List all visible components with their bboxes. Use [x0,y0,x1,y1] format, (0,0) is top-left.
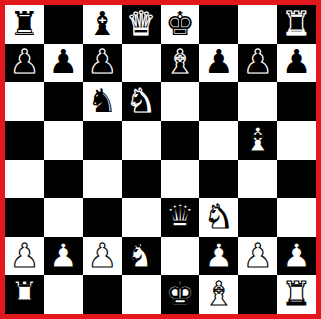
piece-black-king: ♚ [165,7,195,40]
board-frame: ♜♝♛♚♜♟♟♟♝♟♟♟♞♞♝♛♞♟♟♟♞♟♟♟♜♚♝♜ [0,0,321,319]
square-g2[interactable]: ♟ [238,237,277,276]
square-d1[interactable] [122,275,161,314]
square-g4[interactable] [238,160,277,199]
piece-white-king: ♚ [165,277,195,310]
square-d8[interactable]: ♛ [122,5,161,44]
piece-black-pawn: ♟ [243,45,273,78]
square-c7[interactable]: ♟ [83,44,122,83]
piece-white-bishop: ♝ [243,123,273,156]
piece-white-pawn: ♟ [10,239,40,272]
square-b8[interactable] [44,5,83,44]
square-f7[interactable]: ♟ [199,44,238,83]
square-h7[interactable]: ♟ [277,44,316,83]
piece-white-pawn: ♟ [87,239,117,272]
piece-black-bishop: ♝ [165,45,195,78]
square-c5[interactable] [83,121,122,160]
square-f5[interactable] [199,121,238,160]
square-g7[interactable]: ♟ [238,44,277,83]
square-c8[interactable]: ♝ [83,5,122,44]
piece-white-pawn: ♟ [49,239,79,272]
square-c6[interactable]: ♞ [83,82,122,121]
piece-white-pawn: ♟ [282,239,312,272]
square-h5[interactable] [277,121,316,160]
square-a5[interactable] [5,121,44,160]
piece-white-rook: ♜ [282,277,312,310]
square-e6[interactable] [161,82,200,121]
square-a7[interactable]: ♟ [5,44,44,83]
square-e4[interactable] [161,160,200,199]
piece-black-bishop: ♝ [87,7,117,40]
piece-black-pawn: ♟ [10,45,40,78]
square-d6[interactable]: ♞ [122,82,161,121]
piece-white-rook: ♜ [10,277,40,310]
square-g6[interactable] [238,82,277,121]
square-b2[interactable]: ♟ [44,237,83,276]
square-a8[interactable]: ♜ [5,5,44,44]
piece-black-pawn: ♟ [204,45,234,78]
square-b5[interactable] [44,121,83,160]
piece-black-knight: ♞ [87,84,117,117]
square-f2[interactable]: ♟ [199,237,238,276]
square-h6[interactable] [277,82,316,121]
square-g8[interactable] [238,5,277,44]
square-h4[interactable] [277,160,316,199]
square-a2[interactable]: ♟ [5,237,44,276]
square-f3[interactable]: ♞ [199,198,238,237]
square-b3[interactable] [44,198,83,237]
piece-black-knight: ♞ [126,84,156,117]
square-c1[interactable] [83,275,122,314]
square-c2[interactable]: ♟ [83,237,122,276]
square-a4[interactable] [5,160,44,199]
square-c3[interactable] [83,198,122,237]
piece-black-rook: ♜ [282,7,312,40]
square-a3[interactable] [5,198,44,237]
piece-white-knight: ♞ [204,200,234,233]
square-d3[interactable] [122,198,161,237]
square-e2[interactable] [161,237,200,276]
square-h3[interactable] [277,198,316,237]
piece-black-rook: ♜ [10,7,40,40]
square-b6[interactable] [44,82,83,121]
piece-black-pawn: ♟ [49,45,79,78]
chess-board: ♜♝♛♚♜♟♟♟♝♟♟♟♞♞♝♛♞♟♟♟♞♟♟♟♜♚♝♜ [5,5,316,314]
square-g1[interactable] [238,275,277,314]
square-f4[interactable] [199,160,238,199]
piece-black-pawn: ♟ [87,45,117,78]
square-d2[interactable]: ♞ [122,237,161,276]
square-b4[interactable] [44,160,83,199]
square-b7[interactable]: ♟ [44,44,83,83]
square-e8[interactable]: ♚ [161,5,200,44]
square-e7[interactable]: ♝ [161,44,200,83]
piece-white-pawn: ♟ [204,239,234,272]
square-f1[interactable]: ♝ [199,275,238,314]
piece-white-bishop: ♝ [204,277,234,310]
square-g3[interactable] [238,198,277,237]
square-e1[interactable]: ♚ [161,275,200,314]
piece-black-queen: ♛ [126,7,156,40]
square-h1[interactable]: ♜ [277,275,316,314]
piece-white-pawn: ♟ [243,239,273,272]
piece-black-pawn: ♟ [282,45,312,78]
square-a1[interactable]: ♜ [5,275,44,314]
square-h8[interactable]: ♜ [277,5,316,44]
square-e5[interactable] [161,121,200,160]
square-d4[interactable] [122,160,161,199]
piece-white-knight: ♞ [126,239,156,272]
square-c4[interactable] [83,160,122,199]
square-a6[interactable] [5,82,44,121]
square-d7[interactable] [122,44,161,83]
square-e3[interactable]: ♛ [161,198,200,237]
piece-white-queen: ♛ [165,200,195,233]
square-g5[interactable]: ♝ [238,121,277,160]
square-f8[interactable] [199,5,238,44]
square-d5[interactable] [122,121,161,160]
square-f6[interactable] [199,82,238,121]
square-b1[interactable] [44,275,83,314]
square-h2[interactable]: ♟ [277,237,316,276]
